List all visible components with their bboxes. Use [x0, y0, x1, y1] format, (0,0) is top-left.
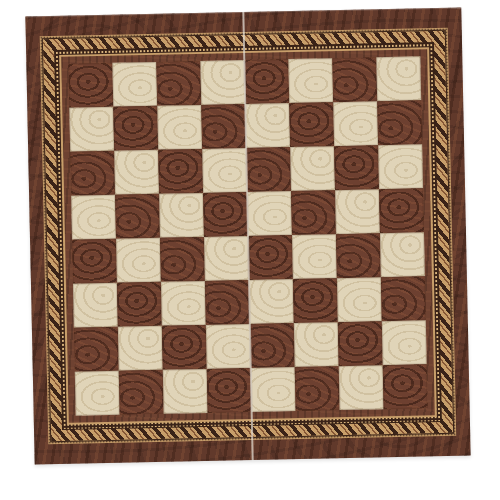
square-h5[interactable] [379, 188, 424, 233]
square-b5[interactable] [115, 194, 160, 239]
square-d1[interactable] [207, 368, 252, 413]
square-f5[interactable] [291, 190, 336, 235]
square-b8[interactable] [112, 62, 157, 107]
square-f8[interactable] [288, 58, 333, 103]
square-b2[interactable] [118, 326, 163, 371]
square-b7[interactable] [113, 106, 158, 151]
square-d5[interactable] [203, 192, 248, 237]
inlay-dark-line-outer [42, 30, 454, 442]
square-h2[interactable] [382, 320, 427, 365]
square-d3[interactable] [205, 280, 250, 325]
square-d6[interactable] [202, 148, 247, 193]
square-b3[interactable] [117, 282, 162, 327]
square-h1[interactable] [383, 364, 428, 409]
square-a2[interactable] [74, 327, 119, 372]
square-a3[interactable] [73, 283, 118, 328]
square-a6[interactable] [70, 151, 115, 196]
square-g7[interactable] [333, 101, 378, 146]
square-h6[interactable] [378, 144, 423, 189]
square-a1[interactable] [75, 371, 120, 416]
square-c4[interactable] [160, 237, 205, 282]
square-c5[interactable] [159, 193, 204, 238]
square-c1[interactable] [163, 369, 208, 414]
square-f2[interactable] [294, 322, 339, 367]
square-c8[interactable] [156, 61, 201, 106]
square-e7[interactable] [245, 103, 290, 148]
square-d2[interactable] [206, 324, 251, 369]
square-f4[interactable] [292, 234, 337, 279]
square-f3[interactable] [293, 278, 338, 323]
square-a8[interactable] [68, 63, 113, 108]
inlay-dark-line-inner [54, 42, 442, 430]
square-e1[interactable] [251, 367, 296, 412]
square-d7[interactable] [201, 104, 246, 149]
square-g4[interactable] [336, 233, 381, 278]
square-g6[interactable] [334, 145, 379, 190]
inlay-tan-pinstripe [59, 47, 437, 425]
square-e6[interactable] [246, 147, 291, 192]
square-b1[interactable] [119, 370, 164, 415]
inner-walnut-strip [61, 49, 435, 423]
square-f7[interactable] [289, 102, 334, 147]
square-a5[interactable] [71, 195, 116, 240]
square-h4[interactable] [380, 232, 425, 277]
square-c7[interactable] [157, 105, 202, 150]
square-g5[interactable] [335, 189, 380, 234]
square-g8[interactable] [332, 57, 377, 102]
square-b6[interactable] [114, 150, 159, 195]
square-e5[interactable] [247, 191, 292, 236]
chess-board [25, 7, 470, 464]
square-e8[interactable] [244, 59, 289, 104]
square-g3[interactable] [337, 277, 382, 322]
square-h3[interactable] [381, 276, 426, 321]
inlay-zigzag-band [43, 31, 453, 441]
square-a4[interactable] [72, 239, 117, 284]
photo-background [0, 0, 500, 500]
inlay-bead-dot-band [55, 43, 441, 429]
square-f6[interactable] [290, 146, 335, 191]
square-f1[interactable] [295, 366, 340, 411]
square-g2[interactable] [338, 321, 383, 366]
square-e3[interactable] [249, 279, 294, 324]
square-a7[interactable] [69, 107, 114, 152]
square-e2[interactable] [250, 323, 295, 368]
square-c6[interactable] [158, 149, 203, 194]
inlay-dotted-pinstripe [40, 28, 456, 444]
squares-grid [68, 56, 427, 415]
square-g1[interactable] [339, 365, 384, 410]
square-d4[interactable] [204, 236, 249, 281]
square-c3[interactable] [161, 281, 206, 326]
square-e4[interactable] [248, 235, 293, 280]
square-c2[interactable] [162, 325, 207, 370]
square-h7[interactable] [377, 100, 422, 145]
square-h8[interactable] [376, 56, 421, 101]
square-d8[interactable] [200, 60, 245, 105]
square-b4[interactable] [116, 238, 161, 283]
